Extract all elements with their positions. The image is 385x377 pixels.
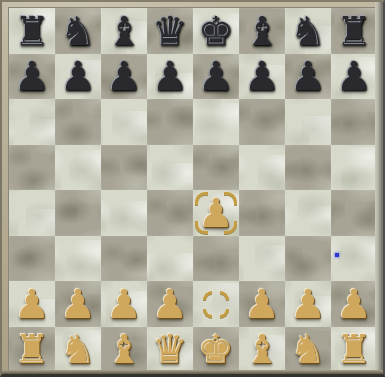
square-e5[interactable]	[193, 145, 239, 191]
white-pawn-e4[interactable]: ♟	[198, 193, 234, 233]
square-d7[interactable]: ♟	[147, 54, 193, 100]
bracket-corner-icon	[220, 291, 229, 300]
square-g3[interactable]	[285, 236, 331, 282]
square-c2[interactable]: ♟	[101, 281, 147, 327]
square-e8[interactable]: ♚	[193, 8, 239, 54]
square-g7[interactable]: ♟	[285, 54, 331, 100]
white-pawn-g2[interactable]: ♟	[290, 284, 326, 324]
move-origin-brackets	[203, 291, 229, 318]
square-a2[interactable]: ♟	[9, 281, 55, 327]
square-f6[interactable]	[239, 99, 285, 145]
black-rook-h8[interactable]: ♜	[336, 11, 372, 51]
square-g4[interactable]	[285, 190, 331, 236]
white-king-e1[interactable]: ♚	[198, 329, 234, 369]
square-b7[interactable]: ♟	[55, 54, 101, 100]
square-f7[interactable]: ♟	[239, 54, 285, 100]
black-pawn-b7[interactable]: ♟	[60, 56, 96, 96]
square-h5[interactable]	[331, 145, 377, 191]
square-c6[interactable]	[101, 99, 147, 145]
square-a5[interactable]	[9, 145, 55, 191]
square-f4[interactable]	[239, 190, 285, 236]
square-f5[interactable]	[239, 145, 285, 191]
square-c8[interactable]: ♝	[101, 8, 147, 54]
square-h2[interactable]: ♟	[331, 281, 377, 327]
square-e1[interactable]: ♚	[193, 327, 239, 373]
white-knight-g1[interactable]: ♞	[290, 329, 326, 369]
white-pawn-h2[interactable]: ♟	[336, 284, 372, 324]
square-a8[interactable]: ♜	[9, 8, 55, 54]
white-queen-d1[interactable]: ♛	[152, 329, 188, 369]
square-d6[interactable]	[147, 99, 193, 145]
white-knight-b1[interactable]: ♞	[60, 329, 96, 369]
black-pawn-g7[interactable]: ♟	[290, 56, 326, 96]
white-rook-a1[interactable]: ♜	[14, 329, 50, 369]
square-b6[interactable]	[55, 99, 101, 145]
white-pawn-d2[interactable]: ♟	[152, 284, 188, 324]
square-g5[interactable]	[285, 145, 331, 191]
square-h1[interactable]: ♜	[331, 327, 377, 373]
square-d1[interactable]: ♛	[147, 327, 193, 373]
square-a7[interactable]: ♟	[9, 54, 55, 100]
square-b4[interactable]	[55, 190, 101, 236]
square-b1[interactable]: ♞	[55, 327, 101, 373]
square-g8[interactable]: ♞	[285, 8, 331, 54]
square-h7[interactable]: ♟	[331, 54, 377, 100]
square-e4[interactable]: ♟	[193, 190, 239, 236]
square-c7[interactable]: ♟	[101, 54, 147, 100]
square-a1[interactable]: ♜	[9, 327, 55, 373]
white-pawn-c2[interactable]: ♟	[106, 284, 142, 324]
square-b8[interactable]: ♞	[55, 8, 101, 54]
square-g2[interactable]: ♟	[285, 281, 331, 327]
square-b5[interactable]	[55, 145, 101, 191]
chess-board-frame: ♜♞♝♛♚♝♞♜♟♟♟♟♟♟♟♟♟♟♟♟♟♟♟♟♜♞♝♛♚♝♞♜	[0, 0, 385, 377]
black-pawn-a7[interactable]: ♟	[14, 56, 50, 96]
square-h3[interactable]	[331, 236, 377, 282]
black-pawn-h7[interactable]: ♟	[336, 56, 372, 96]
bracket-corner-icon	[203, 291, 212, 300]
square-a3[interactable]	[9, 236, 55, 282]
white-bishop-c1[interactable]: ♝	[106, 329, 142, 369]
square-g1[interactable]: ♞	[285, 327, 331, 373]
black-pawn-e7[interactable]: ♟	[198, 56, 234, 96]
white-pawn-b2[interactable]: ♟	[60, 284, 96, 324]
black-knight-b8[interactable]: ♞	[60, 11, 96, 51]
black-knight-g8[interactable]: ♞	[290, 11, 326, 51]
square-a6[interactable]	[9, 99, 55, 145]
square-d2[interactable]: ♟	[147, 281, 193, 327]
square-f3[interactable]	[239, 236, 285, 282]
black-bishop-c8[interactable]: ♝	[106, 11, 142, 51]
square-g6[interactable]	[285, 99, 331, 145]
square-c1[interactable]: ♝	[101, 327, 147, 373]
square-f2[interactable]: ♟	[239, 281, 285, 327]
white-pawn-a2[interactable]: ♟	[14, 284, 50, 324]
square-d4[interactable]	[147, 190, 193, 236]
board-frame-right-edge	[375, 2, 383, 374]
chess-board: ♜♞♝♛♚♝♞♜♟♟♟♟♟♟♟♟♟♟♟♟♟♟♟♟♜♞♝♛♚♝♞♜	[8, 7, 378, 373]
bracket-corner-icon	[220, 309, 229, 318]
bracket-corner-icon	[203, 309, 212, 318]
black-rook-a8[interactable]: ♜	[14, 11, 50, 51]
white-bishop-f1[interactable]: ♝	[244, 329, 280, 369]
square-e3[interactable]	[193, 236, 239, 282]
black-pawn-f7[interactable]: ♟	[244, 56, 280, 96]
square-h4[interactable]	[331, 190, 377, 236]
white-pawn-f2[interactable]: ♟	[244, 284, 280, 324]
square-d8[interactable]: ♛	[147, 8, 193, 54]
black-pawn-d7[interactable]: ♟	[152, 56, 188, 96]
square-h6[interactable]	[331, 99, 377, 145]
square-h8[interactable]: ♜	[331, 8, 377, 54]
black-queen-d8[interactable]: ♛	[152, 11, 188, 51]
square-e7[interactable]: ♟	[193, 54, 239, 100]
square-d5[interactable]	[147, 145, 193, 191]
square-f8[interactable]: ♝	[239, 8, 285, 54]
square-b2[interactable]: ♟	[55, 281, 101, 327]
black-king-e8[interactable]: ♚	[198, 11, 234, 51]
square-c5[interactable]	[101, 145, 147, 191]
black-pawn-c7[interactable]: ♟	[106, 56, 142, 96]
white-rook-h1[interactable]: ♜	[336, 329, 372, 369]
square-f1[interactable]: ♝	[239, 327, 285, 373]
square-c3[interactable]	[101, 236, 147, 282]
square-e2[interactable]	[193, 281, 239, 327]
square-b3[interactable]	[55, 236, 101, 282]
square-c4[interactable]	[101, 190, 147, 236]
square-e6[interactable]	[193, 99, 239, 145]
square-d3[interactable]	[147, 236, 193, 282]
cursor-dot	[335, 253, 339, 257]
square-a4[interactable]	[9, 190, 55, 236]
black-bishop-f8[interactable]: ♝	[244, 11, 280, 51]
